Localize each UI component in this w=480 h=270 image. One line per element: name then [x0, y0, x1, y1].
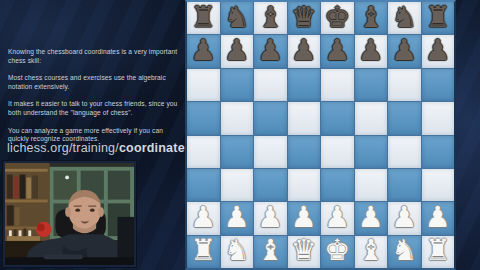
square-a4[interactable] — [187, 136, 220, 168]
square-f7[interactable]: ♟ — [355, 35, 388, 67]
lesson-paragraph: It makes it easier to talk to your chess… — [8, 100, 180, 117]
piece-white-knight: ♞ — [391, 236, 417, 265]
square-d4[interactable] — [288, 136, 321, 168]
piece-white-king: ♚ — [324, 236, 350, 265]
piece-white-bishop: ♝ — [257, 236, 283, 265]
square-f1[interactable]: ♝ — [355, 236, 388, 268]
piece-white-knight: ♞ — [224, 236, 250, 265]
square-d8[interactable]: ♛ — [288, 2, 321, 34]
square-g3[interactable] — [388, 169, 421, 201]
square-e1[interactable]: ♚ — [321, 236, 354, 268]
piece-white-rook: ♜ — [190, 236, 216, 265]
square-g4[interactable] — [388, 136, 421, 168]
square-h5[interactable] — [422, 102, 455, 134]
piece-white-rook: ♜ — [425, 236, 451, 265]
square-a1[interactable]: ♜ — [187, 236, 220, 268]
square-e3[interactable] — [321, 169, 354, 201]
square-c5[interactable] — [254, 102, 287, 134]
square-f8[interactable]: ♝ — [355, 2, 388, 34]
square-g7[interactable]: ♟ — [388, 35, 421, 67]
square-h1[interactable]: ♜ — [422, 236, 455, 268]
square-b5[interactable] — [221, 102, 254, 134]
piece-black-pawn: ♟ — [358, 36, 384, 65]
stream-frame: { "game": "chess", "position": { "fen": … — [0, 0, 480, 270]
piece-white-pawn: ♟ — [391, 203, 417, 232]
square-e7[interactable]: ♟ — [321, 35, 354, 67]
square-h2[interactable]: ♟ — [422, 202, 455, 234]
square-d2[interactable]: ♟ — [288, 202, 321, 234]
square-c7[interactable]: ♟ — [254, 35, 287, 67]
square-a8[interactable]: ♜ — [187, 2, 220, 34]
square-b2[interactable]: ♟ — [221, 202, 254, 234]
square-c4[interactable] — [254, 136, 287, 168]
piece-black-pawn: ♟ — [425, 36, 451, 65]
lesson-text-panel: Knowing the chessboard coordinates is a … — [8, 48, 180, 153]
square-e4[interactable] — [321, 136, 354, 168]
url-bold-part: coordinate — [119, 141, 185, 155]
piece-black-pawn: ♟ — [224, 36, 250, 65]
square-e2[interactable]: ♟ — [321, 202, 354, 234]
square-e5[interactable] — [321, 102, 354, 134]
square-g5[interactable] — [388, 102, 421, 134]
piece-black-bishop: ♝ — [358, 3, 384, 32]
square-b7[interactable]: ♟ — [221, 35, 254, 67]
square-b6[interactable] — [221, 69, 254, 101]
square-d3[interactable] — [288, 169, 321, 201]
piece-black-rook: ♜ — [190, 3, 216, 32]
piece-white-pawn: ♟ — [425, 203, 451, 232]
lichess-training-url: lichess.org/training/coordinate — [7, 141, 185, 155]
square-a3[interactable] — [187, 169, 220, 201]
square-f6[interactable] — [355, 69, 388, 101]
piece-black-pawn: ♟ — [391, 36, 417, 65]
square-f2[interactable]: ♟ — [355, 202, 388, 234]
piece-black-pawn: ♟ — [190, 36, 216, 65]
square-a5[interactable] — [187, 102, 220, 134]
square-d5[interactable] — [288, 102, 321, 134]
square-a6[interactable] — [187, 69, 220, 101]
piece-black-pawn: ♟ — [257, 36, 283, 65]
square-b4[interactable] — [221, 136, 254, 168]
url-prefix: lichess.org/training/ — [7, 141, 119, 155]
square-e6[interactable] — [321, 69, 354, 101]
square-g8[interactable]: ♞ — [388, 2, 421, 34]
square-f4[interactable] — [355, 136, 388, 168]
square-f5[interactable] — [355, 102, 388, 134]
square-c6[interactable] — [254, 69, 287, 101]
square-f3[interactable] — [355, 169, 388, 201]
square-a7[interactable]: ♟ — [187, 35, 220, 67]
square-d7[interactable]: ♟ — [288, 35, 321, 67]
piece-black-rook: ♜ — [425, 3, 451, 32]
square-c2[interactable]: ♟ — [254, 202, 287, 234]
piece-black-queen: ♛ — [291, 3, 317, 32]
square-g6[interactable] — [388, 69, 421, 101]
piece-white-pawn: ♟ — [224, 203, 250, 232]
square-b3[interactable] — [221, 169, 254, 201]
square-c8[interactable]: ♝ — [254, 2, 287, 34]
piece-white-pawn: ♟ — [358, 203, 384, 232]
lesson-paragraph: Knowing the chessboard coordinates is a … — [8, 48, 180, 65]
piece-white-pawn: ♟ — [190, 203, 216, 232]
webcam-view — [3, 161, 136, 267]
piece-white-pawn: ♟ — [257, 203, 283, 232]
square-e8[interactable]: ♚ — [321, 2, 354, 34]
square-c3[interactable] — [254, 169, 287, 201]
square-b8[interactable]: ♞ — [221, 2, 254, 34]
square-h4[interactable] — [422, 136, 455, 168]
piece-black-knight: ♞ — [224, 3, 250, 32]
piece-black-king: ♚ — [324, 3, 350, 32]
square-h6[interactable] — [422, 69, 455, 101]
piece-black-knight: ♞ — [391, 3, 417, 32]
piece-white-queen: ♛ — [291, 236, 317, 265]
square-h7[interactable]: ♟ — [422, 35, 455, 67]
piece-black-pawn: ♟ — [324, 36, 350, 65]
square-c1[interactable]: ♝ — [254, 236, 287, 268]
piece-black-bishop: ♝ — [257, 3, 283, 32]
lesson-paragraph: Most chess courses and exercises use the… — [8, 74, 180, 91]
square-b1[interactable]: ♞ — [221, 236, 254, 268]
square-h8[interactable]: ♜ — [422, 2, 455, 34]
square-d1[interactable]: ♛ — [288, 236, 321, 268]
piece-white-bishop: ♝ — [358, 236, 384, 265]
square-h3[interactable] — [422, 169, 455, 201]
square-a2[interactable]: ♟ — [187, 202, 220, 234]
square-g1[interactable]: ♞ — [388, 236, 421, 268]
piece-white-pawn: ♟ — [324, 203, 350, 232]
piece-white-pawn: ♟ — [291, 203, 317, 232]
chess-board: ♜♞♝♛♚♝♞♜♟♟♟♟♟♟♟♟♟♟♟♟♟♟♟♟♜♞♝♛♚♝♞♜ — [185, 0, 456, 270]
square-d6[interactable] — [288, 69, 321, 101]
webcam-scene — [5, 163, 134, 265]
board-grid: ♜♞♝♛♚♝♞♜♟♟♟♟♟♟♟♟♟♟♟♟♟♟♟♟♜♞♝♛♚♝♞♜ — [187, 2, 454, 268]
square-g2[interactable]: ♟ — [388, 202, 421, 234]
piece-black-pawn: ♟ — [291, 36, 317, 65]
